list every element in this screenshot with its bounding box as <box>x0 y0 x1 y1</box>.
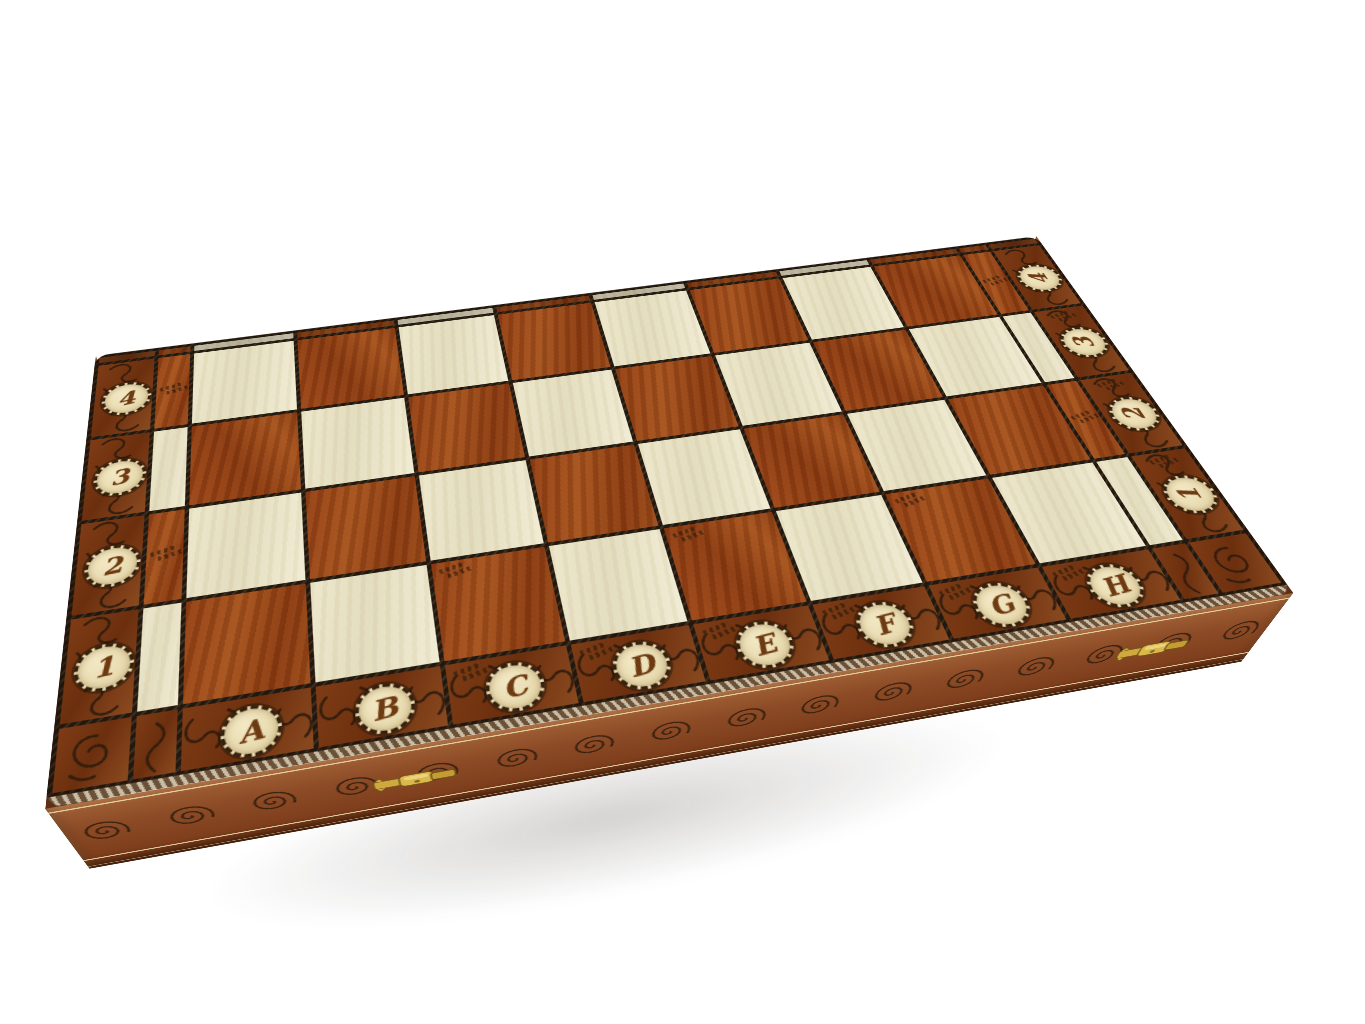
border-corner-left <box>52 717 131 793</box>
square-b1[interactable] <box>310 565 439 683</box>
spiral-icon <box>933 664 993 696</box>
file-medallion: D <box>608 637 677 693</box>
file-medallion: F <box>849 598 922 652</box>
filler-right-rank1 <box>1096 457 1182 545</box>
square-d3[interactable] <box>513 370 633 457</box>
spiral-icon <box>486 743 543 775</box>
file-medallion: H <box>1077 560 1153 611</box>
file-medallion: B <box>353 679 417 739</box>
rank-medallion: 2 <box>82 542 141 591</box>
square-d2[interactable] <box>530 445 659 543</box>
border-small-left <box>133 709 178 779</box>
square-e4[interactable] <box>595 290 711 366</box>
border-corner-right <box>1189 533 1281 592</box>
square-f1[interactable] <box>776 495 923 601</box>
square-c4[interactable] <box>399 315 509 394</box>
rank-label-right-1: 1 <box>1131 448 1243 539</box>
square-d1[interactable] <box>549 529 688 641</box>
square-a2[interactable] <box>186 493 305 599</box>
filler-left-rank4 <box>154 354 190 429</box>
border-small-right <box>1152 543 1218 599</box>
file-medallion: E <box>730 617 801 672</box>
square-c2[interactable] <box>419 460 544 560</box>
spiral-icon <box>154 800 224 832</box>
stitch-mark <box>702 621 730 636</box>
spiral-icon <box>1003 652 1064 684</box>
stitch-mark <box>439 561 466 574</box>
square-a4[interactable] <box>192 341 297 424</box>
filler-left-rank1 <box>137 603 181 712</box>
rank-label-left-1: 1 <box>60 609 139 724</box>
stitch-mark <box>938 582 964 596</box>
square-b4[interactable] <box>297 328 403 409</box>
stitch-mark <box>894 492 919 504</box>
spiral-icon <box>239 786 306 818</box>
stitch-mark <box>453 662 482 677</box>
spiral-icon <box>716 703 773 735</box>
file-medallion: A <box>220 701 282 762</box>
filler-left-rank2 <box>144 509 185 604</box>
stitch-mark <box>822 601 849 615</box>
square-a1[interactable] <box>183 584 311 705</box>
stitch-mark <box>1070 409 1093 420</box>
spiral-icon <box>1207 615 1271 647</box>
spiral-icon <box>862 677 921 709</box>
file-medallion: C <box>482 658 549 716</box>
filler-left-rank3 <box>149 427 187 511</box>
square-b2[interactable] <box>305 476 426 579</box>
square-b3[interactable] <box>301 398 414 489</box>
square-d4[interactable] <box>498 303 611 381</box>
rank-medallion: 1 <box>1154 472 1227 517</box>
stitch-mark <box>1052 564 1077 577</box>
rank-label-left-4: 4 <box>91 359 155 438</box>
spiral-icon <box>642 716 698 748</box>
square-c3[interactable] <box>408 383 525 472</box>
square-e1[interactable] <box>664 512 807 621</box>
spiral-icon <box>565 729 620 761</box>
spiral-icon <box>67 815 141 846</box>
square-g1[interactable] <box>885 478 1035 581</box>
stitch-mark <box>159 381 184 391</box>
product-photo-scene: 4 4 3 3 2 2 1 1 <box>0 0 1365 1024</box>
stitch-mark <box>150 544 178 557</box>
rank-label-left-3: 3 <box>82 432 150 521</box>
stitch-mark <box>579 641 607 656</box>
square-c1[interactable] <box>431 547 565 661</box>
file-medallion: G <box>965 579 1040 631</box>
square-h1[interactable] <box>992 462 1146 563</box>
rank-label-left-2: 2 <box>71 515 144 616</box>
rank-medallion: 1 <box>72 639 136 696</box>
stitch-mark <box>672 525 698 538</box>
square-a3[interactable] <box>189 412 301 505</box>
spiral-icon <box>790 689 848 721</box>
stitch-mark <box>982 275 1002 284</box>
